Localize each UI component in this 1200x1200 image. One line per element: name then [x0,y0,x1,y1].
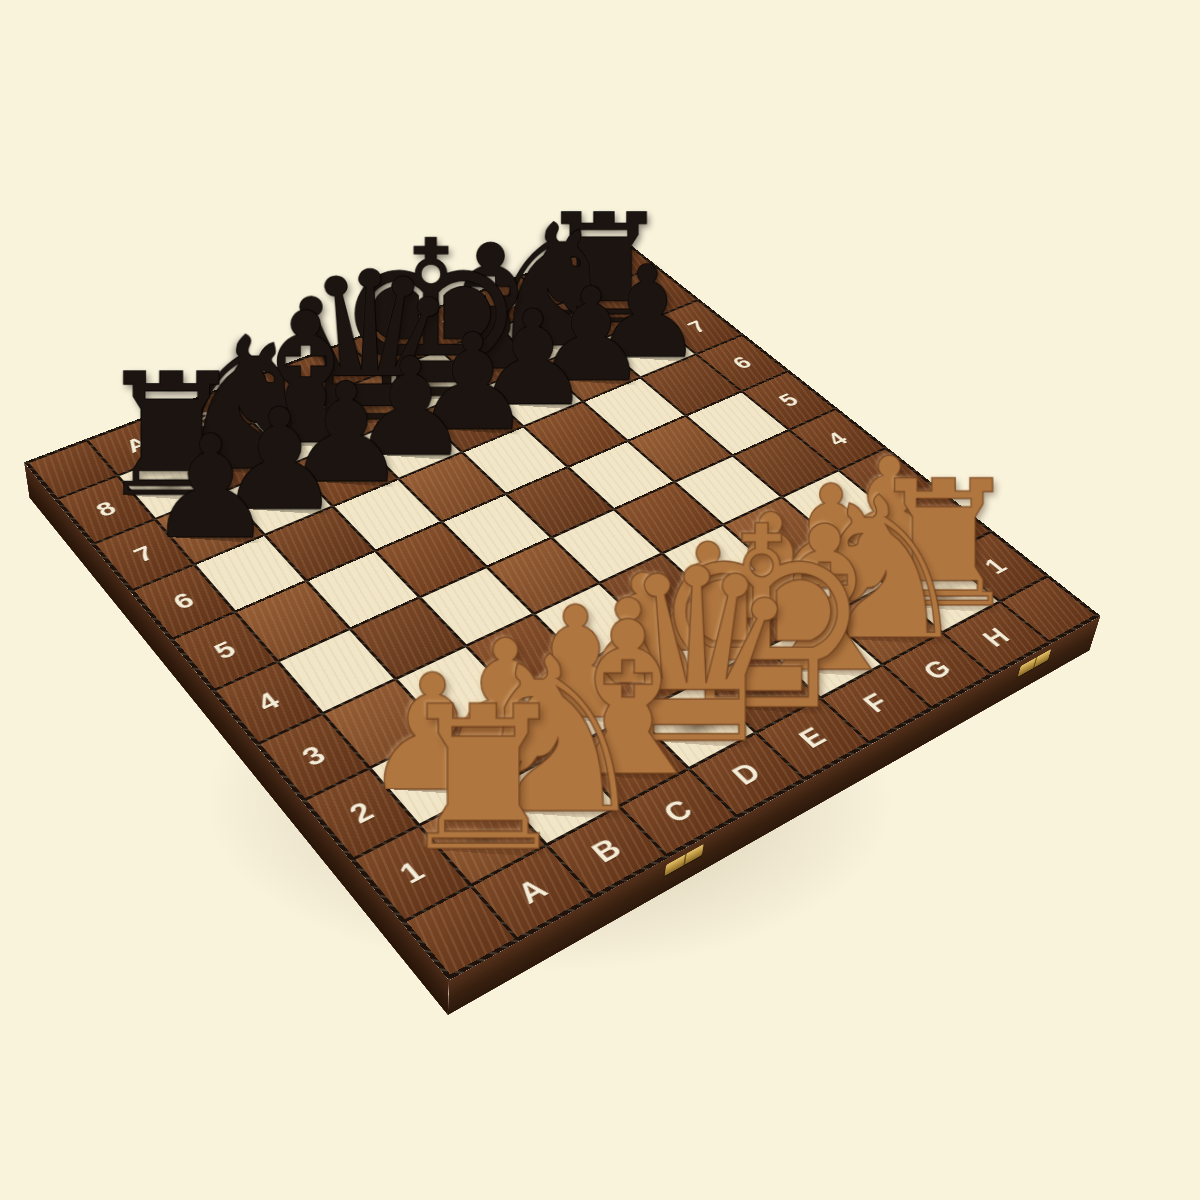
chess-set-photo: ABCDEFGH8♜♞♝♛♚♝♞♜87♟♟♟♟♟♟♟♟7665544332♟♟♟… [0,0,1200,1200]
chess-board: ABCDEFGH8♜♞♝♛♚♝♞♜87♟♟♟♟♟♟♟♟7665544332♟♟♟… [24,237,1101,980]
board-grid: ABCDEFGH8♜♞♝♛♚♝♞♜87♟♟♟♟♟♟♟♟7665544332♟♟♟… [24,237,1101,980]
camera-roll-wrapper: ABCDEFGH8♜♞♝♛♚♝♞♜87♟♟♟♟♟♟♟♟7665544332♟♟♟… [0,0,1200,1200]
